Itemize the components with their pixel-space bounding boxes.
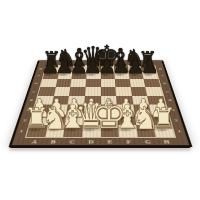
rank-label-right-1: 1 xyxy=(177,129,181,133)
square-e1 xyxy=(100,125,119,137)
square-f4 xyxy=(116,95,133,104)
square-d6 xyxy=(85,79,100,87)
file-label-e: E xyxy=(107,139,112,144)
chess-set-photo: ABCDEFGH1122334455667788 ♜♞♝♛♚♝♞♜♟♟♟♟♟♟♟… xyxy=(0,0,200,200)
square-b8 xyxy=(58,65,73,72)
square-c2 xyxy=(65,114,84,125)
file-label-g: G xyxy=(144,139,151,144)
square-g5 xyxy=(130,87,147,95)
square-c5 xyxy=(69,87,85,95)
square-g7 xyxy=(128,72,144,79)
file-label-c: C xyxy=(69,139,75,144)
square-g4 xyxy=(131,95,149,104)
square-e3 xyxy=(100,104,117,114)
square-e6 xyxy=(100,79,115,87)
square-c1 xyxy=(63,125,82,137)
square-d7 xyxy=(86,72,100,79)
rank-label-right-7: 7 xyxy=(160,74,163,76)
square-g1 xyxy=(135,125,155,137)
square-c7 xyxy=(71,72,86,79)
square-e2 xyxy=(100,114,118,125)
rank-label-left-8: 8 xyxy=(39,67,42,69)
rank-label-left-5: 5 xyxy=(32,89,35,92)
square-g8 xyxy=(127,65,142,72)
square-a1 xyxy=(26,125,47,137)
square-c8 xyxy=(72,65,86,72)
square-g2 xyxy=(134,114,153,125)
square-a8 xyxy=(44,65,59,72)
rank-label-right-5: 5 xyxy=(165,89,168,92)
rank-label-left-1: 1 xyxy=(19,129,23,133)
square-h6 xyxy=(143,79,160,87)
square-d5 xyxy=(84,87,100,95)
square-a2 xyxy=(29,114,49,125)
board-front-edge xyxy=(9,146,191,149)
square-h5 xyxy=(145,87,162,95)
rank-label-left-3: 3 xyxy=(26,107,30,110)
square-g3 xyxy=(133,104,151,114)
rank-label-right-3: 3 xyxy=(171,107,175,110)
square-a4 xyxy=(35,95,53,104)
square-f8 xyxy=(113,65,127,72)
square-c6 xyxy=(70,79,86,87)
board-grid xyxy=(26,65,175,137)
square-f7 xyxy=(114,72,129,79)
square-h7 xyxy=(142,72,158,79)
square-b7 xyxy=(57,72,73,79)
square-a7 xyxy=(42,72,58,79)
square-h4 xyxy=(147,95,165,104)
square-a6 xyxy=(40,79,57,87)
rank-label-right-4: 4 xyxy=(168,98,171,101)
square-d3 xyxy=(83,104,100,114)
rank-label-left-4: 4 xyxy=(29,98,32,101)
square-e4 xyxy=(100,95,116,104)
square-b3 xyxy=(49,104,67,114)
square-f1 xyxy=(118,125,137,137)
file-label-f: F xyxy=(126,139,131,144)
square-b6 xyxy=(55,79,71,87)
square-f2 xyxy=(117,114,136,125)
square-e5 xyxy=(100,87,116,95)
rank-label-right-8: 8 xyxy=(158,67,161,69)
rank-label-left-7: 7 xyxy=(37,74,40,76)
square-h1 xyxy=(153,125,174,137)
square-d2 xyxy=(82,114,100,125)
file-label-b: B xyxy=(50,139,56,144)
square-h3 xyxy=(149,104,168,114)
square-d8 xyxy=(86,65,100,72)
square-h2 xyxy=(151,114,171,125)
rank-label-right-6: 6 xyxy=(163,81,166,83)
square-h8 xyxy=(140,65,155,72)
square-b2 xyxy=(47,114,66,125)
square-g6 xyxy=(129,79,145,87)
rank-label-left-2: 2 xyxy=(23,118,27,121)
square-f5 xyxy=(115,87,131,95)
rank-label-right-2: 2 xyxy=(174,118,178,121)
square-d1 xyxy=(81,125,100,137)
square-d4 xyxy=(84,95,100,104)
file-label-h: H xyxy=(163,139,170,144)
square-c4 xyxy=(67,95,84,104)
file-label-d: D xyxy=(88,139,93,144)
square-b5 xyxy=(53,87,70,95)
square-f3 xyxy=(116,104,134,114)
square-e7 xyxy=(100,72,114,79)
square-b4 xyxy=(51,95,69,104)
square-e8 xyxy=(100,65,114,72)
rank-label-left-6: 6 xyxy=(34,81,37,83)
square-f6 xyxy=(114,79,130,87)
square-a3 xyxy=(32,104,51,114)
square-c3 xyxy=(66,104,84,114)
square-a5 xyxy=(38,87,55,95)
file-label-a: A xyxy=(31,139,37,144)
chess-board: ABCDEFGH1122334455667788 xyxy=(8,60,192,146)
square-b1 xyxy=(44,125,64,137)
